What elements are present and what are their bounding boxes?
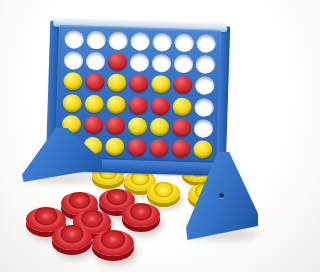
cell-r6-c7 bbox=[191, 139, 214, 161]
empty-hole bbox=[85, 52, 105, 71]
stand-screw-hole bbox=[219, 193, 224, 198]
empty-hole bbox=[173, 55, 193, 74]
red-piece bbox=[127, 138, 147, 157]
empty-hole bbox=[195, 55, 215, 74]
cell-r2-c3 bbox=[106, 51, 129, 73]
empty-hole bbox=[152, 32, 172, 51]
empty-hole bbox=[64, 30, 84, 49]
cell-r5-c5 bbox=[148, 116, 171, 138]
cell-r4-c7 bbox=[192, 96, 215, 118]
empty-hole bbox=[174, 33, 194, 52]
yellow-piece bbox=[149, 118, 169, 137]
cell-r2-c4 bbox=[128, 51, 151, 73]
empty-hole bbox=[86, 30, 106, 49]
red-piece bbox=[171, 118, 191, 137]
cell-r5-c2 bbox=[82, 114, 105, 136]
yellow-piece bbox=[63, 72, 83, 91]
red-piece bbox=[129, 74, 149, 93]
connect-four-photo bbox=[0, 0, 272, 272]
empty-hole bbox=[196, 34, 216, 53]
yellow-loose-disc bbox=[147, 182, 180, 203]
cell-r3-c4 bbox=[127, 73, 150, 95]
cell-r1-c6 bbox=[172, 31, 195, 53]
cell-r1-c1 bbox=[62, 28, 85, 50]
red-piece bbox=[85, 73, 105, 92]
empty-hole bbox=[129, 53, 149, 72]
red-piece bbox=[107, 52, 127, 71]
cell-r3-c7 bbox=[193, 75, 216, 97]
empty-hole bbox=[151, 54, 171, 73]
cell-r5-c6 bbox=[170, 117, 193, 139]
board-grid bbox=[59, 28, 217, 161]
yellow-piece bbox=[193, 141, 213, 160]
yellow-piece bbox=[84, 94, 104, 113]
cell-r5-c4 bbox=[126, 115, 149, 137]
cell-r3-c5 bbox=[149, 73, 172, 95]
yellow-piece bbox=[172, 97, 192, 116]
cell-r1-c3 bbox=[106, 29, 129, 51]
cell-r4-c3 bbox=[104, 93, 127, 115]
cell-r1-c5 bbox=[150, 31, 173, 53]
red-piece bbox=[149, 139, 169, 158]
cell-r6-c6 bbox=[169, 138, 192, 160]
cell-r2-c2 bbox=[84, 50, 107, 72]
cell-r1-c4 bbox=[128, 30, 151, 52]
cell-r6-c3 bbox=[103, 136, 126, 158]
cell-r6-c5 bbox=[147, 137, 170, 159]
cell-r3-c2 bbox=[83, 71, 106, 93]
yellow-piece bbox=[107, 74, 127, 93]
empty-hole bbox=[194, 98, 214, 117]
cell-r3-c1 bbox=[61, 71, 84, 93]
red-loose-disc bbox=[92, 230, 134, 256]
cell-r2-c5 bbox=[150, 52, 173, 74]
cell-r3-c6 bbox=[171, 74, 194, 96]
red-piece bbox=[173, 76, 193, 95]
cell-r4-c1 bbox=[60, 92, 83, 114]
empty-hole bbox=[63, 51, 83, 70]
cell-r2-c7 bbox=[194, 53, 217, 75]
red-piece bbox=[171, 140, 191, 159]
yellow-piece bbox=[106, 95, 126, 114]
cell-r4-c2 bbox=[82, 93, 105, 115]
red-piece bbox=[128, 96, 148, 115]
cell-r1-c7 bbox=[194, 32, 217, 54]
red-piece bbox=[83, 116, 103, 135]
red-piece bbox=[150, 96, 170, 115]
cell-r2-c1 bbox=[62, 49, 85, 71]
yellow-piece bbox=[105, 138, 125, 157]
empty-hole bbox=[195, 77, 215, 96]
empty-hole bbox=[193, 119, 213, 138]
cell-r2-c6 bbox=[172, 53, 195, 75]
cell-r4-c4 bbox=[126, 94, 149, 116]
cell-r3-c3 bbox=[105, 72, 128, 94]
yellow-piece bbox=[127, 117, 147, 136]
cell-r4-c6 bbox=[170, 95, 193, 117]
cell-r4-c5 bbox=[148, 95, 171, 117]
cell-r1-c2 bbox=[84, 29, 107, 51]
yellow-piece bbox=[62, 94, 82, 113]
red-loose-disc bbox=[52, 225, 92, 250]
empty-hole bbox=[108, 31, 128, 50]
red-loose-disc bbox=[122, 203, 160, 227]
empty-hole bbox=[130, 32, 150, 51]
cell-r5-c3 bbox=[104, 115, 127, 137]
cell-r6-c4 bbox=[125, 137, 148, 159]
yellow-piece bbox=[151, 75, 171, 94]
red-piece bbox=[105, 116, 125, 135]
cell-r5-c7 bbox=[192, 117, 215, 139]
